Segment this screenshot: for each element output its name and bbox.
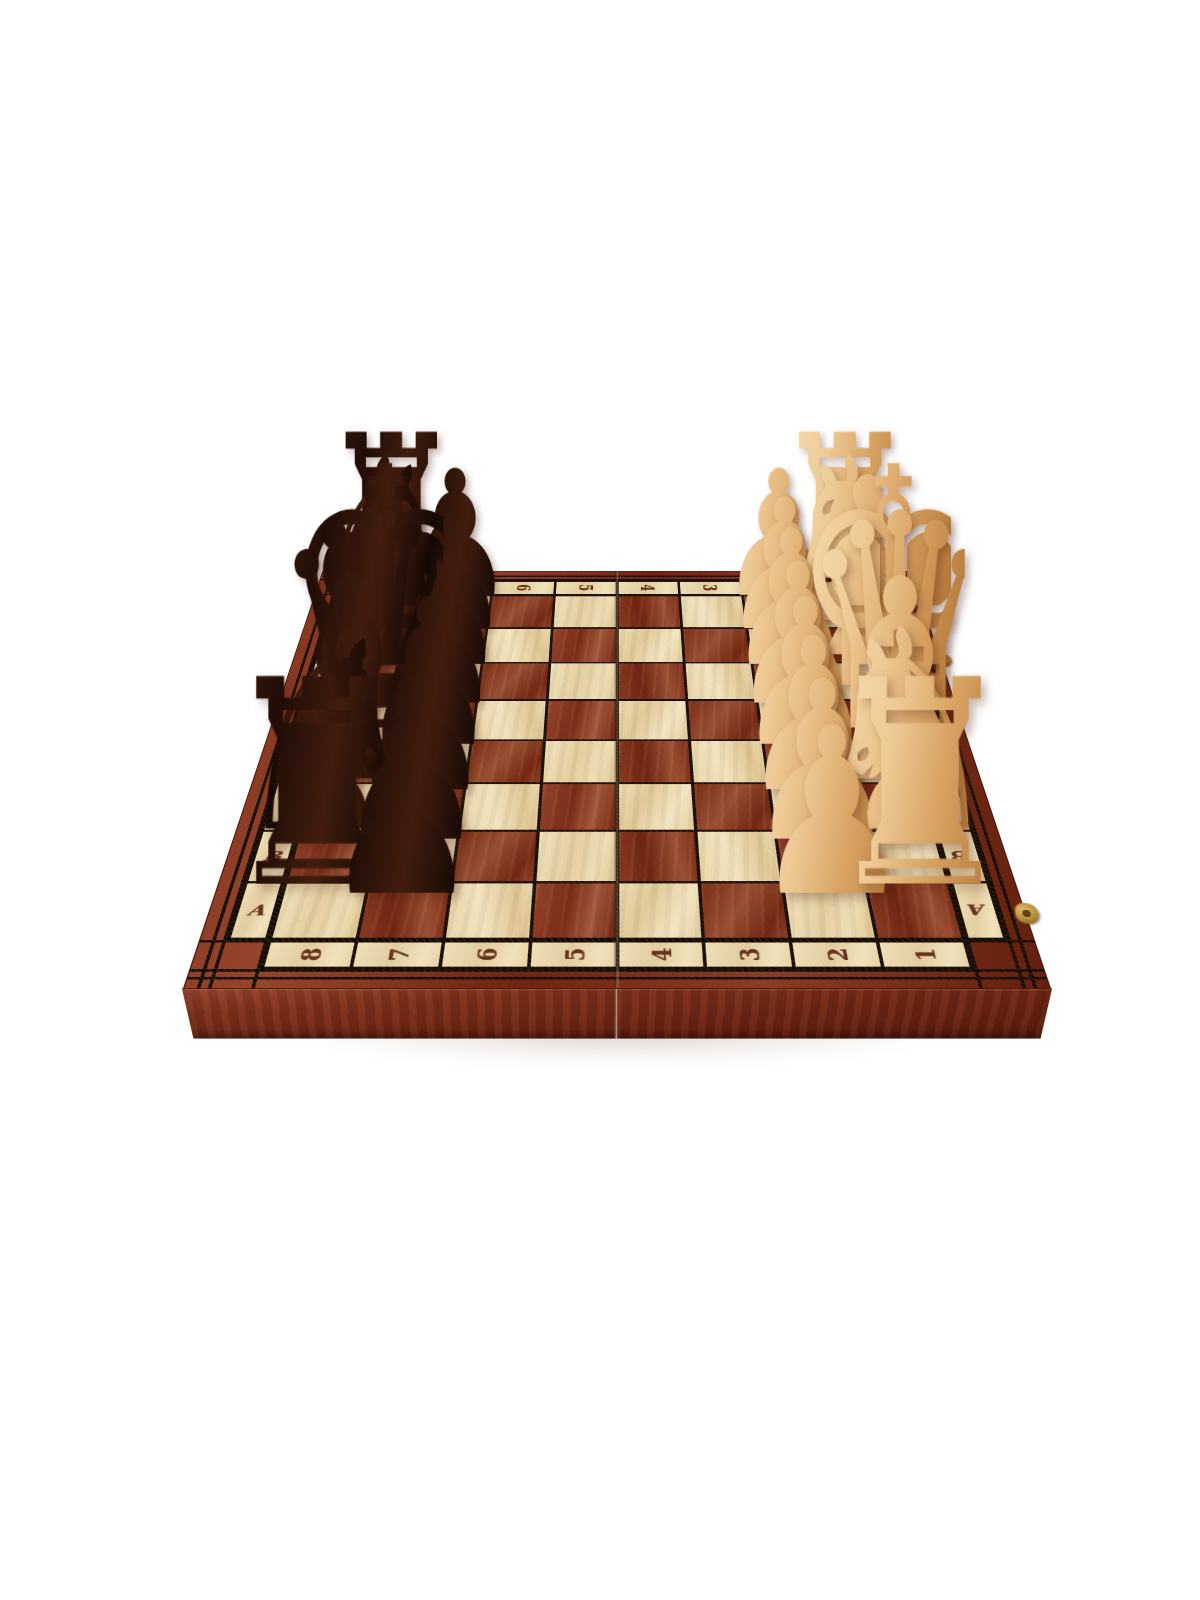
fold-seam-front <box>615 988 619 1039</box>
square-d5 <box>543 741 616 783</box>
square-h4 <box>618 596 680 627</box>
rank-labels-near: 87654321 <box>260 940 974 969</box>
square-f5 <box>548 663 615 699</box>
square-c4 <box>619 784 695 829</box>
coordinate-text: 4 <box>644 948 677 961</box>
stitch-line <box>187 977 1047 980</box>
square-b4 <box>619 832 698 881</box>
black-pawn-glyph: ♟ <box>306 700 497 927</box>
rank-label-near-3: 3 <box>706 943 793 967</box>
square-g4 <box>618 629 683 662</box>
rank-label-far-4: 4 <box>618 582 678 594</box>
brass-clasp-icon <box>1014 902 1040 925</box>
rank-label-near-2: 2 <box>793 943 881 967</box>
square-e4 <box>618 701 688 740</box>
coordinate-text: 5 <box>574 584 597 591</box>
coordinate-text: 6 <box>512 584 536 591</box>
rank-label-near-4: 4 <box>619 943 704 967</box>
coordinate-text: 4 <box>637 584 660 591</box>
coordinate-text: 3 <box>699 584 723 591</box>
square-a4 <box>619 884 702 938</box>
coordinate-text: 5 <box>557 948 590 961</box>
square-d4 <box>619 741 692 783</box>
white-rook-glyph: ♜ <box>823 647 1014 926</box>
square-a5 <box>532 884 615 938</box>
rank-label-near-7: 7 <box>353 943 441 967</box>
board-front-edge <box>182 988 1052 1039</box>
square-f4 <box>618 663 685 699</box>
coordinate-text: 1 <box>906 948 942 961</box>
piece-black-pawn-a7: ♟ <box>306 700 497 932</box>
square-c5 <box>540 784 616 829</box>
square-e5 <box>546 701 616 740</box>
stitch-line <box>200 940 1035 942</box>
rank-label-near-1: 1 <box>880 943 970 967</box>
chess-board: 87654321 87654321 HGFEDCBA HGFEDCBA ♜♟♟♜… <box>184 571 1049 988</box>
rank-label-far-5: 5 <box>556 582 616 594</box>
coordinate-text: 3 <box>732 948 766 961</box>
square-h5 <box>553 596 615 627</box>
perspective-wrapper: 87654321 87654321 HGFEDCBA HGFEDCBA ♜♟♟♜… <box>0 0 1200 1600</box>
coordinate-text: 7 <box>380 948 415 961</box>
coordinate-text: 6 <box>468 948 502 961</box>
product-photo: 87654321 87654321 HGFEDCBA HGFEDCBA ♜♟♟♜… <box>0 0 1200 1600</box>
rank-label-near-8: 8 <box>264 943 354 967</box>
rank-label-near-5: 5 <box>530 943 615 967</box>
piece-white-rook-a1: ♜ <box>823 647 1014 932</box>
coordinate-text: 2 <box>819 948 854 961</box>
rank-label-near-6: 6 <box>442 943 529 967</box>
square-b5 <box>536 832 615 881</box>
stitch-line <box>190 969 1044 972</box>
fold-seam <box>613 571 619 988</box>
square-g5 <box>551 629 616 662</box>
coordinate-text: 8 <box>292 948 328 961</box>
